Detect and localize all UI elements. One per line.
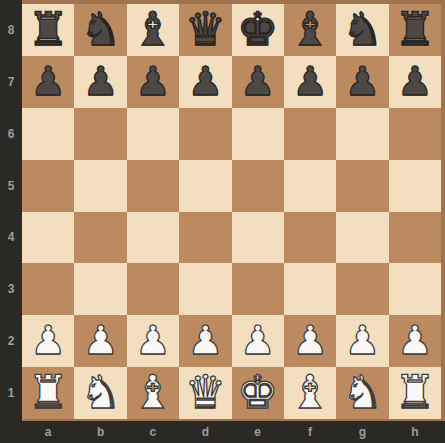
square-e7[interactable]: ♟ (232, 56, 284, 108)
square-g4[interactable] (336, 212, 388, 264)
square-b2[interactable]: ♟ (74, 315, 126, 367)
black-knight[interactable]: ♞ (342, 4, 383, 54)
square-c3[interactable] (127, 263, 179, 315)
black-bishop[interactable]: ♝ (132, 4, 173, 54)
square-g5[interactable] (336, 160, 388, 212)
square-e8[interactable]: ♚ (232, 4, 284, 56)
file-label-e: e (232, 421, 284, 443)
square-f2[interactable]: ♟ (284, 315, 336, 367)
white-pawn[interactable]: ♟ (187, 315, 223, 365)
square-b7[interactable]: ♟ (74, 56, 126, 108)
black-pawn[interactable]: ♟ (397, 56, 433, 106)
rank-label-3: 3 (0, 263, 22, 315)
white-knight[interactable]: ♞ (342, 367, 383, 417)
white-queen[interactable]: ♛ (185, 367, 226, 417)
square-d3[interactable] (179, 263, 231, 315)
square-b5[interactable] (74, 160, 126, 212)
square-d7[interactable]: ♟ (179, 56, 231, 108)
black-pawn[interactable]: ♟ (292, 56, 328, 106)
file-label-f: f (284, 421, 336, 443)
white-pawn[interactable]: ♟ (30, 315, 66, 365)
file-label-c: c (127, 421, 179, 443)
rank-label-5: 5 (0, 160, 22, 212)
square-a7[interactable]: ♟ (22, 56, 74, 108)
black-pawn[interactable]: ♟ (187, 56, 223, 106)
white-pawn[interactable]: ♟ (135, 315, 171, 365)
white-bishop[interactable]: ♝ (132, 367, 173, 417)
black-bishop[interactable]: ♝ (289, 4, 330, 54)
square-e3[interactable] (232, 263, 284, 315)
white-rook[interactable]: ♜ (28, 367, 69, 417)
white-pawn[interactable]: ♟ (345, 315, 381, 365)
rank-label-8: 8 (0, 4, 22, 56)
square-h1[interactable]: ♜ (389, 367, 441, 419)
square-a8[interactable]: ♜ (22, 4, 74, 56)
square-e2[interactable]: ♟ (232, 315, 284, 367)
black-rook[interactable]: ♜ (394, 4, 435, 54)
rank-label-1: 1 (0, 367, 22, 419)
square-g7[interactable]: ♟ (336, 56, 388, 108)
square-h3[interactable] (389, 263, 441, 315)
square-c8[interactable]: ♝ (127, 4, 179, 56)
white-king[interactable]: ♚ (237, 367, 278, 417)
black-pawn[interactable]: ♟ (240, 56, 276, 106)
chess-board: ♜♞♝♛♚♝♞♜♟♟♟♟♟♟♟♟♟♟♟♟♟♟♟♟♜♞♝♛♚♝♞♜ (22, 4, 441, 419)
file-label-g: g (336, 421, 388, 443)
square-f1[interactable]: ♝ (284, 367, 336, 419)
square-f5[interactable] (284, 160, 336, 212)
square-h4[interactable] (389, 212, 441, 264)
square-h7[interactable]: ♟ (389, 56, 441, 108)
square-e4[interactable] (232, 212, 284, 264)
rank-label-6: 6 (0, 108, 22, 160)
square-d6[interactable] (179, 108, 231, 160)
square-e5[interactable] (232, 160, 284, 212)
rank-label-4: 4 (0, 212, 22, 264)
square-a2[interactable]: ♟ (22, 315, 74, 367)
square-f8[interactable]: ♝ (284, 4, 336, 56)
square-d4[interactable] (179, 212, 231, 264)
white-bishop[interactable]: ♝ (289, 367, 330, 417)
white-rook[interactable]: ♜ (394, 367, 435, 417)
square-g6[interactable] (336, 108, 388, 160)
square-g2[interactable]: ♟ (336, 315, 388, 367)
square-c5[interactable] (127, 160, 179, 212)
black-queen[interactable]: ♛ (185, 4, 226, 54)
black-pawn[interactable]: ♟ (345, 56, 381, 106)
square-d5[interactable] (179, 160, 231, 212)
square-a6[interactable] (22, 108, 74, 160)
square-a3[interactable] (22, 263, 74, 315)
square-g3[interactable] (336, 263, 388, 315)
square-h8[interactable]: ♜ (389, 4, 441, 56)
square-f7[interactable]: ♟ (284, 56, 336, 108)
file-label-a: a (22, 421, 74, 443)
square-a1[interactable]: ♜ (22, 367, 74, 419)
square-c1[interactable]: ♝ (127, 367, 179, 419)
square-c6[interactable] (127, 108, 179, 160)
rank-coordinates: 87654321 (0, 4, 22, 419)
square-c4[interactable] (127, 212, 179, 264)
square-f3[interactable] (284, 263, 336, 315)
square-b6[interactable] (74, 108, 126, 160)
rank-label-7: 7 (0, 56, 22, 108)
square-h5[interactable] (389, 160, 441, 212)
black-rook[interactable]: ♜ (28, 4, 69, 54)
square-b8[interactable]: ♞ (74, 4, 126, 56)
white-pawn[interactable]: ♟ (83, 315, 119, 365)
black-knight[interactable]: ♞ (80, 4, 121, 54)
square-a4[interactable] (22, 212, 74, 264)
file-label-h: h (389, 421, 441, 443)
square-d8[interactable]: ♛ (179, 4, 231, 56)
black-pawn[interactable]: ♟ (30, 56, 66, 106)
square-h2[interactable]: ♟ (389, 315, 441, 367)
black-pawn[interactable]: ♟ (135, 56, 171, 106)
square-c7[interactable]: ♟ (127, 56, 179, 108)
white-knight[interactable]: ♞ (80, 367, 121, 417)
black-pawn[interactable]: ♟ (83, 56, 119, 106)
square-g8[interactable]: ♞ (336, 4, 388, 56)
square-b4[interactable] (74, 212, 126, 264)
square-f4[interactable] (284, 212, 336, 264)
rank-label-2: 2 (0, 315, 22, 367)
square-c2[interactable]: ♟ (127, 315, 179, 367)
square-g1[interactable]: ♞ (336, 367, 388, 419)
square-b3[interactable] (74, 263, 126, 315)
square-a5[interactable] (22, 160, 74, 212)
chess-app: 87654321 ♜♞♝♛♚♝♞♜♟♟♟♟♟♟♟♟♟♟♟♟♟♟♟♟♜♞♝♛♚♝♞… (0, 0, 445, 443)
square-e6[interactable] (232, 108, 284, 160)
square-f6[interactable] (284, 108, 336, 160)
white-pawn[interactable]: ♟ (240, 315, 276, 365)
file-label-d: d (179, 421, 231, 443)
black-king[interactable]: ♚ (237, 4, 278, 54)
board-frame: ♜♞♝♛♚♝♞♜♟♟♟♟♟♟♟♟♟♟♟♟♟♟♟♟♜♞♝♛♚♝♞♜ (22, 0, 445, 421)
square-b1[interactable]: ♞ (74, 367, 126, 419)
white-pawn[interactable]: ♟ (292, 315, 328, 365)
white-pawn[interactable]: ♟ (397, 315, 433, 365)
file-coordinates: abcdefgh (22, 421, 441, 443)
square-e1[interactable]: ♚ (232, 367, 284, 419)
square-h6[interactable] (389, 108, 441, 160)
square-d2[interactable]: ♟ (179, 315, 231, 367)
file-label-b: b (74, 421, 126, 443)
square-d1[interactable]: ♛ (179, 367, 231, 419)
